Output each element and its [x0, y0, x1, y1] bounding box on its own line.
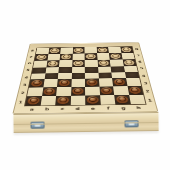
dark-man-glyph: ●: [113, 78, 127, 86]
checker-piece-light[interactable]: ●: [35, 54, 48, 60]
light-man-glyph: ●: [47, 60, 59, 67]
file-label-b: b: [39, 107, 55, 112]
light-man-glyph: ●: [60, 53, 72, 60]
square-e1[interactable]: ●: [85, 95, 100, 105]
square-g3[interactable]: ●: [112, 78, 127, 86]
checker-piece-dark[interactable]: ●: [29, 79, 44, 87]
light-man-glyph: ●: [123, 59, 136, 66]
square-c1[interactable]: ●: [55, 96, 70, 106]
square-d2[interactable]: ●: [71, 87, 86, 96]
board-frame: ●●●●●●●●●●●●●●●●●●●●●●●● abcdefgh 876543…: [12, 42, 158, 114]
checker-piece-light[interactable]: ●: [60, 53, 72, 59]
dark-man-glyph: ●: [30, 79, 44, 87]
checker-piece-light[interactable]: ●: [46, 60, 59, 67]
latch-right-icon: [124, 120, 138, 127]
square-h1[interactable]: [129, 95, 146, 105]
checker-piece-light[interactable]: ●: [72, 60, 84, 67]
checker-piece-dark[interactable]: ●: [71, 86, 85, 95]
square-b2[interactable]: ●: [42, 87, 57, 96]
checker-piece-dark[interactable]: ●: [85, 78, 99, 86]
rank-label-1: 1: [145, 96, 154, 105]
square-d1[interactable]: [70, 96, 85, 106]
file-label-d: d: [70, 106, 85, 111]
dark-man-glyph: ●: [26, 96, 41, 106]
file-label-a: a: [24, 107, 40, 112]
checker-piece-dark[interactable]: ●: [85, 95, 100, 104]
square-a1[interactable]: ●: [25, 96, 41, 106]
dark-man-glyph: ●: [56, 95, 70, 105]
light-man-glyph: ●: [72, 60, 84, 67]
light-man-glyph: ●: [73, 47, 84, 53]
checker-piece-light[interactable]: ●: [85, 53, 97, 59]
checker-piece-light[interactable]: ●: [120, 46, 133, 52]
box-front-panel: [13, 112, 158, 133]
checker-piece-light[interactable]: ●: [73, 47, 85, 53]
file-labels: abcdefgh: [24, 105, 147, 112]
checker-piece-dark[interactable]: ●: [56, 95, 71, 104]
file-label-c: c: [55, 106, 71, 111]
light-man-glyph: ●: [85, 53, 96, 60]
board-grid: ●●●●●●●●●●●●●●●●●●●●●●●●: [24, 46, 147, 106]
file-label-f: f: [100, 106, 116, 111]
checker-piece-dark[interactable]: ●: [26, 96, 42, 105]
square-c3[interactable]: ●: [57, 79, 71, 87]
board-scene: ●●●●●●●●●●●●●●●●●●●●●●●● abcdefgh 876543…: [10, 0, 158, 114]
square-a3[interactable]: ●: [29, 79, 44, 87]
photo-background: ●●●●●●●●●●●●●●●●●●●●●●●● abcdefgh 876543…: [0, 0, 170, 170]
square-h2[interactable]: ●: [127, 86, 143, 95]
rank-label-4: 4: [139, 72, 147, 79]
light-man-glyph: ●: [120, 46, 132, 52]
light-man-glyph: ●: [49, 47, 61, 53]
dark-man-glyph: ●: [86, 95, 100, 104]
checker-piece-dark[interactable]: ●: [57, 78, 71, 86]
light-man-glyph: ●: [109, 53, 121, 60]
rank-label-2: 2: [143, 87, 152, 96]
dark-man-glyph: ●: [100, 86, 114, 95]
square-e3[interactable]: ●: [85, 78, 99, 86]
file-label-h: h: [131, 105, 147, 110]
dark-man-glyph: ●: [86, 78, 99, 86]
light-man-glyph: ●: [97, 47, 108, 53]
checker-piece-dark[interactable]: ●: [114, 95, 130, 104]
checker-piece-dark[interactable]: ●: [99, 86, 113, 95]
square-f2[interactable]: ●: [99, 86, 114, 95]
file-label-g: g: [116, 105, 132, 110]
light-man-glyph: ●: [35, 54, 47, 61]
dark-man-glyph: ●: [115, 94, 130, 103]
dark-man-glyph: ●: [71, 86, 84, 95]
light-man-glyph: ●: [98, 59, 110, 66]
checker-piece-dark[interactable]: ●: [112, 78, 126, 86]
dark-man-glyph: ●: [42, 87, 56, 96]
square-b1[interactable]: [40, 96, 56, 106]
rank-label-3: 3: [141, 79, 149, 87]
checkers-board: ●●●●●●●●●●●●●●●●●●●●●●●● abcdefgh 876543…: [12, 42, 158, 114]
latch-left-icon: [31, 122, 45, 129]
square-f1[interactable]: [100, 95, 116, 105]
checker-piece-light[interactable]: ●: [122, 59, 136, 66]
tabletop: ●●●●●●●●●●●●●●●●●●●●●●●● abcdefgh 876543…: [0, 0, 170, 170]
checker-piece-dark[interactable]: ●: [42, 87, 57, 96]
checker-piece-light[interactable]: ●: [97, 59, 110, 66]
checker-piece-light[interactable]: ●: [48, 47, 60, 53]
checker-piece-light[interactable]: ●: [109, 53, 122, 59]
dark-man-glyph: ●: [58, 78, 71, 86]
checker-piece-light[interactable]: ●: [97, 47, 109, 53]
file-label-e: e: [85, 106, 100, 111]
checker-piece-dark[interactable]: ●: [127, 86, 142, 95]
dark-man-glyph: ●: [128, 85, 143, 94]
